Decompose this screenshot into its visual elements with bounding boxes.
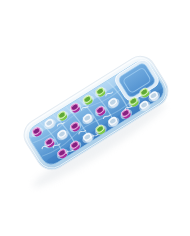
pool-lounger-photo [0, 0, 190, 236]
inflatable-lounger [4, 50, 180, 194]
photo-canvas [0, 0, 190, 236]
